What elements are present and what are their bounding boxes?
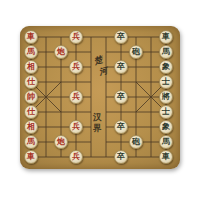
- piece-layer: 車馬相仕帥仕相馬車炮炮兵兵兵兵兵卒卒卒卒卒砲砲車馬象士將士象馬車: [24, 30, 174, 165]
- piece-black-advisor[interactable]: 士: [159, 75, 174, 90]
- piece-black-soldier[interactable]: 卒: [114, 60, 129, 75]
- piece-red-advisor[interactable]: 仕: [24, 105, 39, 120]
- piece-red-soldier[interactable]: 兵: [69, 30, 84, 45]
- photo-background: 楚 河 汉 界 車馬相仕帥仕相馬車炮炮兵兵兵兵兵卒卒卒卒卒砲砲車馬象士將士象馬車: [0, 0, 200, 200]
- piece-black-soldier[interactable]: 卒: [114, 30, 129, 45]
- piece-red-cannon[interactable]: 炮: [54, 135, 69, 150]
- piece-red-soldier[interactable]: 兵: [69, 60, 84, 75]
- piece-red-soldier[interactable]: 兵: [69, 150, 84, 165]
- piece-black-chariot[interactable]: 車: [159, 150, 174, 165]
- piece-red-chariot[interactable]: 車: [24, 150, 39, 165]
- piece-red-advisor[interactable]: 仕: [24, 75, 39, 90]
- piece-black-cannon[interactable]: 砲: [129, 45, 144, 60]
- piece-black-horse[interactable]: 馬: [159, 45, 174, 60]
- piece-black-soldier[interactable]: 卒: [114, 120, 129, 135]
- piece-red-elephant[interactable]: 相: [24, 60, 39, 75]
- piece-red-general[interactable]: 帥: [24, 90, 39, 105]
- piece-black-cannon[interactable]: 砲: [129, 135, 144, 150]
- piece-red-soldier[interactable]: 兵: [69, 120, 84, 135]
- piece-black-chariot[interactable]: 車: [159, 30, 174, 45]
- piece-black-horse[interactable]: 馬: [159, 135, 174, 150]
- piece-red-horse[interactable]: 馬: [24, 135, 39, 150]
- xiangqi-board: 楚 河 汉 界 車馬相仕帥仕相馬車炮炮兵兵兵兵兵卒卒卒卒卒砲砲車馬象士將士象馬車: [20, 26, 180, 169]
- piece-black-soldier[interactable]: 卒: [114, 90, 129, 105]
- piece-red-horse[interactable]: 馬: [24, 45, 39, 60]
- piece-black-elephant[interactable]: 象: [159, 60, 174, 75]
- piece-red-soldier[interactable]: 兵: [69, 90, 84, 105]
- piece-black-advisor[interactable]: 士: [159, 105, 174, 120]
- piece-black-general[interactable]: 將: [159, 90, 174, 105]
- piece-red-cannon[interactable]: 炮: [54, 45, 69, 60]
- piece-red-chariot[interactable]: 車: [24, 30, 39, 45]
- piece-black-soldier[interactable]: 卒: [114, 150, 129, 165]
- piece-black-elephant[interactable]: 象: [159, 120, 174, 135]
- piece-red-elephant[interactable]: 相: [24, 120, 39, 135]
